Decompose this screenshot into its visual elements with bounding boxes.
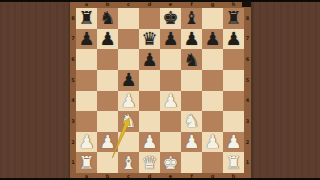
square-c2[interactable]	[118, 132, 139, 153]
square-e8[interactable]: ♚	[160, 8, 181, 29]
piece-bP-d6[interactable]: ♟	[141, 50, 157, 68]
square-f5[interactable]	[181, 70, 202, 91]
square-g2[interactable]: ♟	[202, 132, 223, 153]
piece-bN-f6[interactable]: ♞	[183, 50, 199, 68]
square-b1[interactable]	[97, 152, 118, 173]
square-c7[interactable]	[118, 29, 139, 50]
square-f4[interactable]	[181, 91, 202, 112]
file-label-d: d	[139, 1, 160, 8]
piece-bP-c5[interactable]: ♟	[120, 71, 136, 89]
square-g1[interactable]	[202, 152, 223, 173]
square-d4[interactable]	[139, 91, 160, 112]
square-h1[interactable]: ♜	[223, 152, 244, 173]
square-f7[interactable]: ♟	[181, 29, 202, 50]
square-c6[interactable]	[118, 49, 139, 70]
piece-bP-e7[interactable]: ♟	[162, 29, 178, 47]
square-g5[interactable]	[202, 70, 223, 91]
square-e4[interactable]: ♟	[160, 91, 181, 112]
file-label-c: c	[118, 1, 139, 8]
square-e6[interactable]	[160, 49, 181, 70]
square-b3[interactable]	[97, 111, 118, 132]
piece-bR-h8[interactable]: ♜	[225, 9, 241, 27]
square-h2[interactable]: ♟	[223, 132, 244, 153]
square-a5[interactable]	[76, 70, 97, 91]
rank-label-1: 1	[244, 152, 251, 173]
piece-wP-g2[interactable]: ♟	[204, 133, 220, 151]
piece-wN-c3[interactable]: ♞	[120, 112, 136, 130]
piece-wP-b2[interactable]: ♟	[99, 133, 115, 151]
rank-label-5: 5	[244, 70, 251, 91]
square-f1[interactable]	[181, 152, 202, 173]
piece-bP-b7[interactable]: ♟	[99, 29, 115, 47]
square-h4[interactable]	[223, 91, 244, 112]
rank-label-7: 7	[244, 29, 251, 50]
piece-wP-h2[interactable]: ♟	[225, 133, 241, 151]
piece-wB-c1[interactable]: ♝	[120, 153, 136, 171]
square-e1[interactable]: ♚	[160, 152, 181, 173]
piece-bP-a7[interactable]: ♟	[78, 29, 94, 47]
square-h5[interactable]	[223, 70, 244, 91]
square-b7[interactable]: ♟	[97, 29, 118, 50]
square-c1[interactable]: ♝	[118, 152, 139, 173]
square-b5[interactable]	[97, 70, 118, 91]
square-g7[interactable]: ♟	[202, 29, 223, 50]
piece-bN-b8[interactable]: ♞	[99, 9, 115, 27]
square-e2[interactable]	[160, 132, 181, 153]
piece-wN-f3[interactable]: ♞	[183, 112, 199, 130]
rank-label-6: 6	[244, 49, 251, 70]
square-f6[interactable]: ♞	[181, 49, 202, 70]
piece-wP-e4[interactable]: ♟	[162, 91, 178, 109]
piece-bK-e8[interactable]: ♚	[162, 9, 178, 27]
piece-wP-d2[interactable]: ♟	[141, 133, 157, 151]
square-c4[interactable]: ♟	[118, 91, 139, 112]
square-d7[interactable]: ♛	[139, 29, 160, 50]
square-a6[interactable]	[76, 49, 97, 70]
square-a7[interactable]: ♟	[76, 29, 97, 50]
rank-label-2: 2	[244, 132, 251, 153]
top-right-black-patch	[242, 1, 251, 7]
piece-bB-f8[interactable]: ♝	[183, 9, 199, 27]
square-g6[interactable]	[202, 49, 223, 70]
video-frame: abcdefgh abcdefgh 87654321 87654321 ♜♞♚♝…	[0, 0, 320, 180]
square-e3[interactable]	[160, 111, 181, 132]
square-d1[interactable]: ♛	[139, 152, 160, 173]
piece-bP-g7[interactable]: ♟	[204, 29, 220, 47]
square-c3[interactable]: ♞	[118, 111, 139, 132]
piece-bR-a8[interactable]: ♜	[78, 9, 94, 27]
piece-wQ-d1[interactable]: ♛	[141, 153, 157, 171]
square-d5[interactable]	[139, 70, 160, 91]
square-h6[interactable]	[223, 49, 244, 70]
letterbox-top	[0, 0, 320, 2]
square-e7[interactable]: ♟	[160, 29, 181, 50]
piece-bP-f7[interactable]: ♟	[183, 29, 199, 47]
piece-wP-a2[interactable]: ♟	[78, 133, 94, 151]
rank-label-8: 8	[244, 8, 251, 29]
square-h7[interactable]: ♟	[223, 29, 244, 50]
piece-wR-a1[interactable]: ♜	[78, 153, 94, 171]
square-g8[interactable]	[202, 8, 223, 29]
square-f8[interactable]: ♝	[181, 8, 202, 29]
piece-wP-f2[interactable]: ♟	[183, 133, 199, 151]
piece-bQ-d7[interactable]: ♛	[141, 29, 157, 47]
square-c8[interactable]	[118, 8, 139, 29]
rank-label-3: 3	[244, 111, 251, 132]
square-a4[interactable]	[76, 91, 97, 112]
square-c5[interactable]: ♟	[118, 70, 139, 91]
board-grid: ♜♞♚♝♜♟♟♛♟♟♟♟♟♞♟♟♟♞♞♟♟♟♟♟♟♜♝♛♚♜	[76, 8, 244, 173]
square-d2[interactable]: ♟	[139, 132, 160, 153]
square-e5[interactable]	[160, 70, 181, 91]
square-a2[interactable]: ♟	[76, 132, 97, 153]
square-b6[interactable]	[97, 49, 118, 70]
square-b8[interactable]: ♞	[97, 8, 118, 29]
chess-board: abcdefgh abcdefgh 87654321 87654321 ♜♞♚♝…	[70, 1, 251, 180]
piece-wK-e1[interactable]: ♚	[162, 153, 178, 171]
square-a3[interactable]	[76, 111, 97, 132]
file-label-g: g	[202, 1, 223, 8]
rank-labels-right: 87654321	[244, 8, 251, 173]
square-d3[interactable]	[139, 111, 160, 132]
square-b2[interactable]: ♟	[97, 132, 118, 153]
square-g4[interactable]	[202, 91, 223, 112]
piece-wP-c4[interactable]: ♟	[120, 91, 136, 109]
piece-bP-h7[interactable]: ♟	[225, 29, 241, 47]
square-g3[interactable]	[202, 111, 223, 132]
piece-wR-h1[interactable]: ♜	[225, 153, 241, 171]
letterbox-bottom	[0, 178, 320, 180]
rank-label-4: 4	[244, 91, 251, 112]
square-h3[interactable]	[223, 111, 244, 132]
square-a8[interactable]: ♜	[76, 8, 97, 29]
square-f3[interactable]: ♞	[181, 111, 202, 132]
square-a1[interactable]: ♜	[76, 152, 97, 173]
square-d8[interactable]	[139, 8, 160, 29]
square-f2[interactable]: ♟	[181, 132, 202, 153]
square-h8[interactable]: ♜	[223, 8, 244, 29]
square-b4[interactable]	[97, 91, 118, 112]
square-d6[interactable]: ♟	[139, 49, 160, 70]
